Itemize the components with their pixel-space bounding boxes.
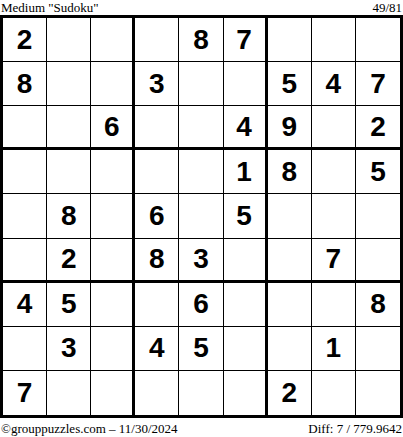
cell-r7c7-empty[interactable]	[268, 283, 312, 327]
cell-r8c3-empty[interactable]	[91, 327, 135, 371]
cell-r4c6-given[interactable]: 1	[224, 150, 268, 194]
cell-r1c6-given[interactable]: 7	[224, 18, 268, 62]
cell-r7c8-empty[interactable]	[312, 283, 356, 327]
cell-r5c9-empty[interactable]	[356, 194, 400, 238]
cell-r2c3-empty[interactable]	[91, 62, 135, 106]
cell-r1c5-given[interactable]: 8	[179, 18, 223, 62]
cell-r3c8-empty[interactable]	[312, 106, 356, 150]
header: Medium "Sudoku" 49/81	[0, 0, 403, 15]
cell-r8c4-given[interactable]: 4	[135, 327, 179, 371]
cell-r7c2-given[interactable]: 5	[47, 283, 91, 327]
cell-r6c2-given[interactable]: 2	[47, 239, 91, 283]
footer: ©grouppuzzles.com – 11/30/2024 Diff: 7 /…	[0, 418, 403, 437]
cell-r4c4-empty[interactable]	[135, 150, 179, 194]
cell-r8c5-given[interactable]: 5	[179, 327, 223, 371]
cell-r9c4-empty[interactable]	[135, 371, 179, 415]
cell-r8c2-given[interactable]: 3	[47, 327, 91, 371]
copyright-text: ©grouppuzzles.com – 11/30/2024	[1, 421, 178, 437]
cell-r5c5-empty[interactable]	[179, 194, 223, 238]
cell-r7c3-empty[interactable]	[91, 283, 135, 327]
cell-r8c7-empty[interactable]	[268, 327, 312, 371]
cell-r1c3-empty[interactable]	[91, 18, 135, 62]
cell-r3c9-given[interactable]: 2	[356, 106, 400, 150]
cell-r8c9-empty[interactable]	[356, 327, 400, 371]
cell-r2c5-empty[interactable]	[179, 62, 223, 106]
cell-r5c2-given[interactable]: 8	[47, 194, 91, 238]
cell-r3c3-given[interactable]: 6	[91, 106, 135, 150]
sudoku-page: Medium "Sudoku" 49/81 287835476492185865…	[0, 0, 403, 437]
cell-r2c6-empty[interactable]	[224, 62, 268, 106]
cell-r2c4-given[interactable]: 3	[135, 62, 179, 106]
cell-r3c5-empty[interactable]	[179, 106, 223, 150]
cell-r6c5-given[interactable]: 3	[179, 239, 223, 283]
cell-r5c4-given[interactable]: 6	[135, 194, 179, 238]
sudoku-board: 28783547649218586528374568345172	[0, 15, 403, 418]
cell-r5c7-empty[interactable]	[268, 194, 312, 238]
cell-r4c9-given[interactable]: 5	[356, 150, 400, 194]
cell-r1c9-empty[interactable]	[356, 18, 400, 62]
cell-r1c4-empty[interactable]	[135, 18, 179, 62]
cell-r9c3-empty[interactable]	[91, 371, 135, 415]
cell-r4c1-empty[interactable]	[3, 150, 47, 194]
cell-r2c9-given[interactable]: 7	[356, 62, 400, 106]
cell-r5c6-given[interactable]: 5	[224, 194, 268, 238]
cell-r9c6-empty[interactable]	[224, 371, 268, 415]
cell-r4c7-given[interactable]: 8	[268, 150, 312, 194]
cell-r1c7-empty[interactable]	[268, 18, 312, 62]
cell-r3c1-empty[interactable]	[3, 106, 47, 150]
cell-r4c3-empty[interactable]	[91, 150, 135, 194]
cell-r9c8-empty[interactable]	[312, 371, 356, 415]
cell-r5c1-empty[interactable]	[3, 194, 47, 238]
cell-r2c7-given[interactable]: 5	[268, 62, 312, 106]
cell-r3c4-empty[interactable]	[135, 106, 179, 150]
cell-r7c1-given[interactable]: 4	[3, 283, 47, 327]
cell-r8c6-empty[interactable]	[224, 327, 268, 371]
cell-r3c6-given[interactable]: 4	[224, 106, 268, 150]
cell-r6c9-empty[interactable]	[356, 239, 400, 283]
cell-r9c7-given[interactable]: 2	[268, 371, 312, 415]
cell-r9c5-empty[interactable]	[179, 371, 223, 415]
cell-r9c2-empty[interactable]	[47, 371, 91, 415]
cell-r7c4-empty[interactable]	[135, 283, 179, 327]
cell-r8c8-given[interactable]: 1	[312, 327, 356, 371]
puzzle-title: Medium "Sudoku"	[1, 1, 99, 15]
cell-r2c8-given[interactable]: 4	[312, 62, 356, 106]
cell-r7c9-given[interactable]: 8	[356, 283, 400, 327]
cell-r6c3-empty[interactable]	[91, 239, 135, 283]
cell-r8c1-empty[interactable]	[3, 327, 47, 371]
cell-r4c2-empty[interactable]	[47, 150, 91, 194]
cell-r9c1-given[interactable]: 7	[3, 371, 47, 415]
cell-r2c2-empty[interactable]	[47, 62, 91, 106]
cell-r4c5-empty[interactable]	[179, 150, 223, 194]
cell-r3c2-empty[interactable]	[47, 106, 91, 150]
progress-counter: 49/81	[372, 1, 402, 15]
cell-r1c8-empty[interactable]	[312, 18, 356, 62]
difficulty-text: Diff: 7 / 779.9642	[308, 421, 402, 437]
cell-r7c5-given[interactable]: 6	[179, 283, 223, 327]
cell-r6c7-empty[interactable]	[268, 239, 312, 283]
cell-r3c7-given[interactable]: 9	[268, 106, 312, 150]
cell-r4c8-empty[interactable]	[312, 150, 356, 194]
cell-r6c6-empty[interactable]	[224, 239, 268, 283]
cell-r7c6-empty[interactable]	[224, 283, 268, 327]
cell-r9c9-empty[interactable]	[356, 371, 400, 415]
cell-r6c4-given[interactable]: 8	[135, 239, 179, 283]
cell-r6c1-empty[interactable]	[3, 239, 47, 283]
cell-r2c1-given[interactable]: 8	[3, 62, 47, 106]
cell-r1c2-empty[interactable]	[47, 18, 91, 62]
cell-r5c3-empty[interactable]	[91, 194, 135, 238]
cell-r1c1-given[interactable]: 2	[3, 18, 47, 62]
cell-r5c8-empty[interactable]	[312, 194, 356, 238]
cell-r6c8-given[interactable]: 7	[312, 239, 356, 283]
